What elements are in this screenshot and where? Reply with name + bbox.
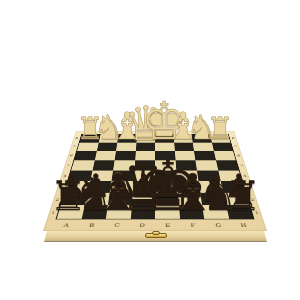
square-c8 (117, 134, 136, 142)
square-c6 (115, 151, 136, 160)
square-a4 (68, 170, 92, 181)
chess-board: 87654321 ABCDEFGH 87654321 (43, 131, 267, 231)
rank-label-7: 7 (231, 142, 241, 151)
square-c1 (106, 205, 132, 219)
square-g5 (195, 160, 217, 170)
square-h4 (218, 170, 242, 181)
square-b6 (94, 151, 116, 160)
square-a3 (65, 181, 90, 193)
square-e4 (155, 170, 177, 181)
square-f4 (176, 170, 199, 181)
square-a2 (61, 193, 87, 206)
square-f3 (177, 181, 200, 193)
square-g2 (200, 193, 225, 206)
board-frame: 87654321 ABCDEFGH 87654321 (43, 131, 267, 231)
square-g6 (194, 151, 216, 160)
square-h2 (223, 193, 249, 206)
file-label-b: B (78, 219, 106, 231)
square-f6 (175, 151, 196, 160)
brass-latch-tab (152, 231, 160, 235)
square-e5 (155, 160, 176, 170)
square-g7 (193, 142, 214, 151)
square-a6 (74, 151, 96, 160)
square-b8 (98, 134, 118, 142)
square-d1 (130, 205, 155, 219)
square-f7 (174, 142, 194, 151)
square-e6 (155, 151, 175, 160)
file-label-f: F (180, 219, 207, 231)
rank-label-6: 6 (234, 151, 244, 160)
square-g3 (199, 181, 223, 193)
square-f2 (178, 193, 202, 206)
square-g4 (197, 170, 220, 181)
square-e8 (155, 134, 174, 142)
square-a8 (80, 134, 101, 142)
square-d6 (135, 151, 155, 160)
square-b7 (96, 142, 117, 151)
square-g1 (202, 205, 229, 219)
square-h8 (210, 134, 231, 142)
square-c5 (113, 160, 135, 170)
square-h6 (214, 151, 236, 160)
square-a7 (77, 142, 98, 151)
square-b2 (84, 193, 109, 206)
square-b5 (92, 160, 114, 170)
square-c2 (108, 193, 132, 206)
product-photo: 87654321 ABCDEFGH 87654321 ♜♞♝♛♚♝♞♜♟♟♟♟♟… (0, 0, 300, 300)
file-labels: ABCDEFGH (52, 219, 258, 231)
square-d7 (135, 142, 155, 151)
square-d3 (132, 181, 155, 193)
square-e7 (155, 142, 175, 151)
box-front-panel (44, 231, 267, 242)
square-g8 (192, 134, 212, 142)
square-c3 (110, 181, 133, 193)
square-f5 (175, 160, 197, 170)
square-d8 (136, 134, 155, 142)
square-a1 (57, 205, 85, 219)
board-center: ABCDEFGH (52, 131, 258, 231)
board-squares (56, 134, 255, 219)
square-f1 (179, 205, 205, 219)
file-label-g: G (205, 219, 233, 231)
square-b1 (81, 205, 108, 219)
square-h7 (212, 142, 233, 151)
file-label-a: A (52, 219, 80, 231)
square-c4 (111, 170, 134, 181)
file-label-e: E (155, 219, 181, 231)
square-e2 (155, 193, 179, 206)
square-b3 (87, 181, 111, 193)
square-b4 (90, 170, 113, 181)
square-e1 (155, 205, 180, 219)
square-d5 (134, 160, 155, 170)
square-d4 (133, 170, 155, 181)
square-e3 (155, 181, 178, 193)
file-label-c: C (104, 219, 131, 231)
square-a5 (71, 160, 94, 170)
square-f8 (173, 134, 192, 142)
rank-label-8: 8 (229, 134, 238, 142)
square-h1 (226, 205, 254, 219)
brass-latch-icon (145, 233, 167, 238)
square-d2 (131, 193, 155, 206)
square-h3 (220, 181, 245, 193)
square-h5 (216, 160, 239, 170)
file-label-d: D (129, 219, 155, 231)
file-label-h: H (230, 219, 258, 231)
square-c7 (116, 142, 136, 151)
